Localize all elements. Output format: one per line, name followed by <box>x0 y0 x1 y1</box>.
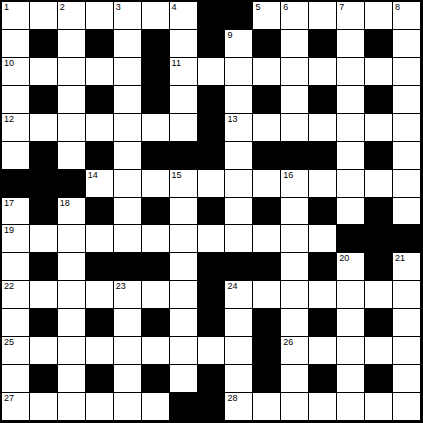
cell-r2c7[interactable] <box>170 30 198 58</box>
black-cell-r14c12 <box>309 365 337 393</box>
black-cell-r14c6 <box>142 365 170 393</box>
cell-r1c1[interactable]: 1 <box>2 2 30 30</box>
black-cell-r4c2 <box>30 86 58 114</box>
cell-r5c3[interactable] <box>58 114 86 142</box>
cell-r3c1[interactable]: 10 <box>2 58 30 86</box>
cell-r9c11[interactable] <box>281 225 309 253</box>
cell-r1c2[interactable] <box>30 2 58 30</box>
cell-r13c3[interactable] <box>58 337 86 365</box>
cell-r12c9[interactable] <box>225 309 253 337</box>
black-cell-r1c9 <box>225 2 253 30</box>
black-cell-r4c6 <box>142 86 170 114</box>
cell-r15c4[interactable] <box>86 393 114 421</box>
black-cell-r2c12 <box>309 30 337 58</box>
cell-r2c5[interactable] <box>114 30 142 58</box>
cell-r9c4[interactable] <box>86 225 114 253</box>
cell-r7c14[interactable] <box>365 170 393 198</box>
cell-r13c11[interactable]: 26 <box>281 337 309 365</box>
black-cell-r4c8 <box>198 86 226 114</box>
black-cell-r12c10 <box>253 309 281 337</box>
cell-r10c7[interactable] <box>170 253 198 281</box>
cell-r9c5[interactable] <box>114 225 142 253</box>
cell-r8c9[interactable] <box>225 198 253 226</box>
cell-r13c6[interactable] <box>142 337 170 365</box>
black-cell-r6c7 <box>170 142 198 170</box>
black-cell-r10c10 <box>253 253 281 281</box>
black-cell-r13c10 <box>253 337 281 365</box>
cell-r4c13[interactable] <box>337 86 365 114</box>
cell-r3c15[interactable] <box>393 58 421 86</box>
cell-r8c7[interactable] <box>170 198 198 226</box>
black-cell-r6c12 <box>309 142 337 170</box>
cell-r5c12[interactable] <box>309 114 337 142</box>
black-cell-r4c12 <box>309 86 337 114</box>
cell-r5c10[interactable] <box>253 114 281 142</box>
cell-r9c9[interactable] <box>225 225 253 253</box>
cell-r13c12[interactable] <box>309 337 337 365</box>
cell-r15c1[interactable]: 27 <box>2 393 30 421</box>
cell-r8c5[interactable] <box>114 198 142 226</box>
cell-r13c9[interactable] <box>225 337 253 365</box>
cell-r4c9[interactable] <box>225 86 253 114</box>
black-cell-r10c8 <box>198 253 226 281</box>
black-cell-r6c6 <box>142 142 170 170</box>
cell-r7c4[interactable]: 14 <box>86 170 114 198</box>
black-cell-r12c12 <box>309 309 337 337</box>
black-cell-r6c2 <box>30 142 58 170</box>
black-cell-r10c4 <box>86 253 114 281</box>
black-cell-r10c12 <box>309 253 337 281</box>
cell-r5c2[interactable] <box>30 114 58 142</box>
cell-r14c7[interactable] <box>170 365 198 393</box>
cell-r3c11[interactable] <box>281 58 309 86</box>
cell-r6c3[interactable] <box>58 142 86 170</box>
cell-r11c4[interactable] <box>86 281 114 309</box>
cell-r7c10[interactable] <box>253 170 281 198</box>
cell-r15c13[interactable] <box>337 393 365 421</box>
cell-r2c13[interactable] <box>337 30 365 58</box>
black-cell-r6c8 <box>198 142 226 170</box>
cell-r13c1[interactable]: 25 <box>2 337 30 365</box>
cell-r4c5[interactable] <box>114 86 142 114</box>
black-cell-r14c4 <box>86 365 114 393</box>
clue-number: 12 <box>4 114 14 125</box>
black-cell-r8c6 <box>142 198 170 226</box>
cell-r12c3[interactable] <box>58 309 86 337</box>
black-cell-r6c4 <box>86 142 114 170</box>
black-cell-r10c5 <box>114 253 142 281</box>
clue-number: 7 <box>339 2 344 13</box>
cell-r11c11[interactable] <box>281 281 309 309</box>
cell-r7c8[interactable] <box>198 170 226 198</box>
black-cell-r8c2 <box>30 198 58 226</box>
black-cell-r10c6 <box>142 253 170 281</box>
cell-r8c1[interactable]: 17 <box>2 198 30 226</box>
black-cell-r2c6 <box>142 30 170 58</box>
cell-r9c12[interactable] <box>309 225 337 253</box>
cell-r3c5[interactable] <box>114 58 142 86</box>
cell-r3c3[interactable] <box>58 58 86 86</box>
clue-number: 23 <box>116 281 126 292</box>
black-cell-r14c2 <box>30 365 58 393</box>
black-cell-r12c14 <box>365 309 393 337</box>
cell-r7c5[interactable] <box>114 170 142 198</box>
cell-r3c2[interactable] <box>30 58 58 86</box>
black-cell-r2c4 <box>86 30 114 58</box>
cell-r10c13[interactable]: 20 <box>337 253 365 281</box>
cell-r9c8[interactable] <box>198 225 226 253</box>
clue-number: 16 <box>283 170 293 181</box>
black-cell-r8c10 <box>253 198 281 226</box>
cell-r15c10[interactable] <box>253 393 281 421</box>
cell-r5c5[interactable] <box>114 114 142 142</box>
cell-r9c3[interactable] <box>58 225 86 253</box>
cell-r6c13[interactable] <box>337 142 365 170</box>
black-cell-r6c14 <box>365 142 393 170</box>
cell-r5c4[interactable] <box>86 114 114 142</box>
black-cell-r9c14 <box>365 225 393 253</box>
clue-number: 13 <box>227 114 237 125</box>
clue-number: 6 <box>283 2 288 13</box>
cell-r12c7[interactable] <box>170 309 198 337</box>
black-cell-r9c13 <box>337 225 365 253</box>
black-cell-r10c14 <box>365 253 393 281</box>
cell-r15c14[interactable] <box>365 393 393 421</box>
cell-r14c3[interactable] <box>58 365 86 393</box>
clue-number: 3 <box>116 2 121 13</box>
cell-r3c7[interactable]: 11 <box>170 58 198 86</box>
black-cell-r9c15 <box>393 225 421 253</box>
cell-r3c9[interactable] <box>225 58 253 86</box>
black-cell-r8c12 <box>309 198 337 226</box>
cell-r11c14[interactable] <box>365 281 393 309</box>
clue-number: 1 <box>4 2 9 13</box>
cell-r10c15[interactable]: 21 <box>393 253 421 281</box>
cell-r11c13[interactable] <box>337 281 365 309</box>
black-cell-r4c10 <box>253 86 281 114</box>
black-cell-r2c10 <box>253 30 281 58</box>
cell-r1c14[interactable] <box>365 2 393 30</box>
cell-r15c3[interactable] <box>58 393 86 421</box>
cell-r14c11[interactable] <box>281 365 309 393</box>
cell-r1c10[interactable]: 5 <box>253 2 281 30</box>
cell-r15c15[interactable] <box>393 393 421 421</box>
cell-r15c6[interactable] <box>142 393 170 421</box>
black-cell-r14c8 <box>198 365 226 393</box>
cell-r5c14[interactable] <box>365 114 393 142</box>
black-cell-r7c3 <box>58 170 86 198</box>
black-cell-r10c9 <box>225 253 253 281</box>
cell-r5c1[interactable]: 12 <box>2 114 30 142</box>
cell-r9c1[interactable]: 19 <box>2 225 30 253</box>
cell-r8c15[interactable] <box>393 198 421 226</box>
cell-r3c12[interactable] <box>309 58 337 86</box>
cell-r15c5[interactable] <box>114 393 142 421</box>
cell-r4c1[interactable] <box>2 86 30 114</box>
cell-r3c8[interactable] <box>198 58 226 86</box>
cell-r11c2[interactable] <box>30 281 58 309</box>
black-cell-r8c14 <box>365 198 393 226</box>
cell-r2c9[interactable]: 9 <box>225 30 253 58</box>
clue-number: 2 <box>60 2 65 13</box>
black-cell-r4c14 <box>365 86 393 114</box>
clue-number: 24 <box>227 281 237 292</box>
cell-r1c4[interactable] <box>86 2 114 30</box>
black-cell-r14c10 <box>253 365 281 393</box>
black-cell-r12c2 <box>30 309 58 337</box>
cell-r8c11[interactable] <box>281 198 309 226</box>
cell-r5c15[interactable] <box>393 114 421 142</box>
black-cell-r7c2 <box>30 170 58 198</box>
cell-r13c13[interactable] <box>337 337 365 365</box>
cell-r8c3[interactable]: 18 <box>58 198 86 226</box>
black-cell-r8c8 <box>198 198 226 226</box>
cell-r11c15[interactable] <box>393 281 421 309</box>
clue-number: 14 <box>88 170 98 181</box>
black-cell-r14c14 <box>365 365 393 393</box>
clue-number: 9 <box>227 30 232 41</box>
cell-r7c13[interactable] <box>337 170 365 198</box>
cell-r5c6[interactable] <box>142 114 170 142</box>
cell-r8c13[interactable] <box>337 198 365 226</box>
cell-r4c11[interactable] <box>281 86 309 114</box>
cell-r1c15[interactable]: 8 <box>393 2 421 30</box>
cell-r6c15[interactable] <box>393 142 421 170</box>
cell-r11c5[interactable]: 23 <box>114 281 142 309</box>
cell-r15c2[interactable] <box>30 393 58 421</box>
cell-r1c7[interactable]: 4 <box>170 2 198 30</box>
black-cell-r3c6 <box>142 58 170 86</box>
clue-number: 27 <box>4 393 14 404</box>
cell-r7c12[interactable] <box>309 170 337 198</box>
cell-r11c3[interactable] <box>58 281 86 309</box>
black-cell-r8c4 <box>86 198 114 226</box>
cell-r13c2[interactable] <box>30 337 58 365</box>
black-cell-r5c8 <box>198 114 226 142</box>
cell-r9c6[interactable] <box>142 225 170 253</box>
cell-r2c3[interactable] <box>58 30 86 58</box>
cell-r13c14[interactable] <box>365 337 393 365</box>
black-cell-r12c8 <box>198 309 226 337</box>
black-cell-r10c2 <box>30 253 58 281</box>
clue-number: 28 <box>227 393 237 404</box>
cell-r7c11[interactable]: 16 <box>281 170 309 198</box>
cell-r11c12[interactable] <box>309 281 337 309</box>
black-cell-r12c4 <box>86 309 114 337</box>
cell-r4c3[interactable] <box>58 86 86 114</box>
clue-number: 4 <box>172 2 177 13</box>
cell-r14c5[interactable] <box>114 365 142 393</box>
cell-r12c5[interactable] <box>114 309 142 337</box>
cell-r7c15[interactable] <box>393 170 421 198</box>
cell-r1c11[interactable]: 6 <box>281 2 309 30</box>
cell-r3c10[interactable] <box>253 58 281 86</box>
black-cell-r7c1 <box>2 170 30 198</box>
cell-r15c9[interactable]: 28 <box>225 393 253 421</box>
cell-r1c6[interactable] <box>142 2 170 30</box>
cell-r2c11[interactable] <box>281 30 309 58</box>
cell-r6c5[interactable] <box>114 142 142 170</box>
black-cell-r6c10 <box>253 142 281 170</box>
cell-r12c13[interactable] <box>337 309 365 337</box>
clue-number: 21 <box>395 253 405 264</box>
cell-r14c9[interactable] <box>225 365 253 393</box>
clue-number: 15 <box>172 170 182 181</box>
cell-r7c9[interactable] <box>225 170 253 198</box>
crossword-grid: 1234567891011121314151617181920212223242… <box>0 0 423 423</box>
black-cell-r1c8 <box>198 2 226 30</box>
cell-r12c11[interactable] <box>281 309 309 337</box>
cell-r3c14[interactable] <box>365 58 393 86</box>
cell-r1c12[interactable] <box>309 2 337 30</box>
cell-r2c1[interactable] <box>2 30 30 58</box>
cell-r6c9[interactable] <box>225 142 253 170</box>
cell-r4c7[interactable] <box>170 86 198 114</box>
clue-number: 10 <box>4 58 14 69</box>
clue-number: 11 <box>172 58 181 69</box>
cell-r7c7[interactable]: 15 <box>170 170 198 198</box>
cell-r11c7[interactable] <box>170 281 198 309</box>
clue-number: 17 <box>4 198 14 209</box>
cell-r15c12[interactable] <box>309 393 337 421</box>
cell-r13c8[interactable] <box>198 337 226 365</box>
black-cell-r15c8 <box>198 393 226 421</box>
cell-r5c9[interactable]: 13 <box>225 114 253 142</box>
cell-r5c11[interactable] <box>281 114 309 142</box>
cell-r13c4[interactable] <box>86 337 114 365</box>
clue-number: 19 <box>4 225 14 236</box>
clue-number: 20 <box>339 253 349 264</box>
clue-number: 25 <box>4 337 14 348</box>
cell-r7c6[interactable] <box>142 170 170 198</box>
cell-r13c5[interactable] <box>114 337 142 365</box>
cell-r11c10[interactable] <box>253 281 281 309</box>
cell-r15c11[interactable] <box>281 393 309 421</box>
cell-r13c7[interactable] <box>170 337 198 365</box>
black-cell-r6c11 <box>281 142 309 170</box>
clue-number: 8 <box>395 2 400 13</box>
cell-r4c15[interactable] <box>393 86 421 114</box>
cell-r1c13[interactable]: 7 <box>337 2 365 30</box>
clue-number: 18 <box>60 198 70 209</box>
clue-number: 22 <box>4 281 14 292</box>
black-cell-r4c4 <box>86 86 114 114</box>
cell-r14c15[interactable] <box>393 365 421 393</box>
cell-r12c15[interactable] <box>393 309 421 337</box>
cell-r14c13[interactable] <box>337 365 365 393</box>
cell-r9c2[interactable] <box>30 225 58 253</box>
clue-number: 5 <box>255 2 260 13</box>
cell-r5c7[interactable] <box>170 114 198 142</box>
cell-r3c4[interactable] <box>86 58 114 86</box>
cell-r11c9[interactable]: 24 <box>225 281 253 309</box>
cell-r11c1[interactable]: 22 <box>2 281 30 309</box>
cell-r1c5[interactable]: 3 <box>114 2 142 30</box>
cell-r1c3[interactable]: 2 <box>58 2 86 30</box>
cell-r14c1[interactable] <box>2 365 30 393</box>
cell-r2c15[interactable] <box>393 30 421 58</box>
clue-number: 26 <box>283 337 293 348</box>
cell-r12c1[interactable] <box>2 309 30 337</box>
cell-r3c13[interactable] <box>337 58 365 86</box>
black-cell-r15c7 <box>170 393 198 421</box>
black-cell-r2c14 <box>365 30 393 58</box>
cell-r9c10[interactable] <box>253 225 281 253</box>
black-cell-r2c8 <box>198 30 226 58</box>
cell-r9c7[interactable] <box>170 225 198 253</box>
black-cell-r11c8 <box>198 281 226 309</box>
cell-r13c15[interactable] <box>393 337 421 365</box>
black-cell-r12c6 <box>142 309 170 337</box>
black-cell-r2c2 <box>30 30 58 58</box>
cell-r5c13[interactable] <box>337 114 365 142</box>
cell-r6c1[interactable] <box>2 142 30 170</box>
cell-r11c6[interactable] <box>142 281 170 309</box>
cell-r10c3[interactable] <box>58 253 86 281</box>
cell-r10c1[interactable] <box>2 253 30 281</box>
cell-r10c11[interactable] <box>281 253 309 281</box>
